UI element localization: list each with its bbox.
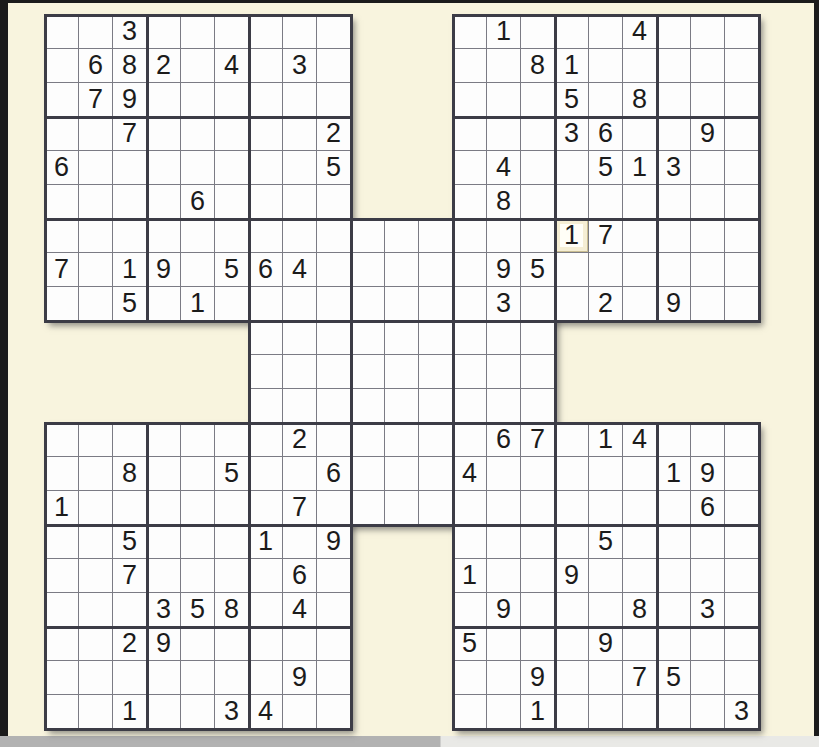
cell-r7-c8[interactable] [283,219,317,253]
cell-r18-c16[interactable] [555,593,589,627]
cell-r15-c20[interactable]: 6 [691,491,725,525]
cell-r1-c17[interactable] [589,15,623,49]
cell-r20-c18[interactable]: 7 [623,661,657,695]
cell-r13-c2[interactable] [79,423,113,457]
cell-r3-c1[interactable] [45,83,79,117]
cell-r21-c19[interactable] [657,695,691,729]
cell-r14-c15[interactable] [521,457,555,491]
cell-r9-c15[interactable] [521,287,555,321]
cell-r19-c2[interactable] [79,627,113,661]
cell-r14-c14[interactable] [487,457,521,491]
cell-r18-c9[interactable] [317,593,351,627]
cell-r13-c15[interactable]: 7 [521,423,555,457]
cell-r1-c20[interactable] [691,15,725,49]
cell-r9-c12[interactable] [419,287,453,321]
cell-r6-c4[interactable] [147,185,181,219]
cell-r8-c5[interactable] [181,253,215,287]
cell-r8-c4[interactable]: 9 [147,253,181,287]
cell-r4-c13[interactable] [453,117,487,151]
cell-r3-c16[interactable]: 5 [555,83,589,117]
cell-r12-c7[interactable] [249,389,283,423]
cell-r9-c14[interactable]: 3 [487,287,521,321]
cell-r16-c13[interactable] [453,525,487,559]
cell-r7-c12[interactable] [419,219,453,253]
cell-r9-c13[interactable] [453,287,487,321]
cell-r2-c21[interactable] [725,49,759,83]
cell-r4-c15[interactable] [521,117,555,151]
cell-r14-c20[interactable]: 9 [691,457,725,491]
cell-r13-c6[interactable] [215,423,249,457]
cell-r1-c2[interactable] [79,15,113,49]
cell-r3-c18[interactable]: 8 [623,83,657,117]
cell-r9-c11[interactable] [385,287,419,321]
cell-r8-c20[interactable] [691,253,725,287]
cell-r1-c18[interactable]: 4 [623,15,657,49]
cell-r13-c21[interactable] [725,423,759,457]
cell-r6-c21[interactable] [725,185,759,219]
cell-r7-c5[interactable] [181,219,215,253]
cell-r4-c16[interactable]: 3 [555,117,589,151]
cell-r2-c15[interactable]: 8 [521,49,555,83]
cell-r15-c15[interactable] [521,491,555,525]
cell-r18-c4[interactable]: 3 [147,593,181,627]
cell-r17-c13[interactable]: 1 [453,559,487,593]
cell-r13-c11[interactable] [385,423,419,457]
cell-r6-c1[interactable] [45,185,79,219]
cell-r16-c1[interactable] [45,525,79,559]
cell-r3-c2[interactable]: 7 [79,83,113,117]
cell-r13-c10[interactable] [351,423,385,457]
cell-r18-c1[interactable] [45,593,79,627]
cell-r7-c3[interactable] [113,219,147,253]
cell-r20-c5[interactable] [181,661,215,695]
cell-r14-c3[interactable]: 8 [113,457,147,491]
cell-r8-c2[interactable] [79,253,113,287]
cell-r18-c3[interactable] [113,593,147,627]
cell-r13-c19[interactable] [657,423,691,457]
cell-r9-c16[interactable] [555,287,589,321]
cell-r19-c20[interactable] [691,627,725,661]
cell-r17-c21[interactable] [725,559,759,593]
cell-r2-c6[interactable]: 4 [215,49,249,83]
cell-r12-c15[interactable] [521,389,555,423]
cell-r5-c9[interactable]: 5 [317,151,351,185]
cell-r21-c6[interactable]: 3 [215,695,249,729]
cell-r4-c18[interactable] [623,117,657,151]
cell-r17-c7[interactable] [249,559,283,593]
cell-r11-c15[interactable] [521,355,555,389]
cell-r17-c17[interactable] [589,559,623,593]
cell-r16-c6[interactable] [215,525,249,559]
cell-r21-c5[interactable] [181,695,215,729]
cell-r4-c20[interactable]: 9 [691,117,725,151]
cell-r21-c18[interactable] [623,695,657,729]
cell-r4-c17[interactable]: 6 [589,117,623,151]
cell-r21-c8[interactable] [283,695,317,729]
cell-r15-c7[interactable] [249,491,283,525]
cell-r15-c10[interactable] [351,491,385,525]
cell-r13-c14[interactable]: 6 [487,423,521,457]
cell-r17-c6[interactable] [215,559,249,593]
cell-r6-c7[interactable] [249,185,283,219]
cell-r9-c6[interactable] [215,287,249,321]
cell-r14-c12[interactable] [419,457,453,491]
cell-r3-c7[interactable] [249,83,283,117]
cell-r5-c4[interactable] [147,151,181,185]
cell-r8-c3[interactable]: 1 [113,253,147,287]
cell-r17-c14[interactable] [487,559,521,593]
cell-r19-c6[interactable] [215,627,249,661]
cell-r19-c7[interactable] [249,627,283,661]
cell-r20-c2[interactable] [79,661,113,695]
cell-r15-c8[interactable]: 7 [283,491,317,525]
cell-r17-c18[interactable] [623,559,657,593]
cell-r6-c14[interactable]: 8 [487,185,521,219]
cell-r9-c8[interactable] [283,287,317,321]
cell-r3-c14[interactable] [487,83,521,117]
cell-r3-c17[interactable] [589,83,623,117]
cell-r20-c4[interactable] [147,661,181,695]
cell-r1-c15[interactable] [521,15,555,49]
cell-r1-c9[interactable] [317,15,351,49]
cell-r21-c13[interactable] [453,695,487,729]
cell-r21-c14[interactable] [487,695,521,729]
cell-r7-c20[interactable] [691,219,725,253]
cell-r6-c2[interactable] [79,185,113,219]
cell-r18-c5[interactable]: 5 [181,593,215,627]
cell-r20-c14[interactable] [487,661,521,695]
cell-r8-c18[interactable] [623,253,657,287]
cell-r1-c7[interactable] [249,15,283,49]
cell-r15-c18[interactable] [623,491,657,525]
cell-r8-c8[interactable]: 4 [283,253,317,287]
cell-r7-c9[interactable] [317,219,351,253]
cell-r11-c11[interactable] [385,355,419,389]
cell-r13-c9[interactable] [317,423,351,457]
cell-r15-c13[interactable] [453,491,487,525]
cell-r9-c21[interactable] [725,287,759,321]
cell-r2-c3[interactable]: 8 [113,49,147,83]
cell-r9-c7[interactable] [249,287,283,321]
cell-r5-c5[interactable] [181,151,215,185]
cell-r8-c9[interactable] [317,253,351,287]
cell-r21-c16[interactable] [555,695,589,729]
cell-r1-c6[interactable] [215,15,249,49]
cell-r19-c17[interactable]: 9 [589,627,623,661]
cell-r1-c19[interactable] [657,15,691,49]
cell-r20-c8[interactable]: 9 [283,661,317,695]
cell-r14-c13[interactable]: 4 [453,457,487,491]
cell-r11-c10[interactable] [351,355,385,389]
cell-r20-c16[interactable] [555,661,589,695]
cell-r1-c8[interactable] [283,15,317,49]
cell-r20-c3[interactable] [113,661,147,695]
cell-r13-c4[interactable] [147,423,181,457]
cell-r9-c18[interactable] [623,287,657,321]
cell-r11-c8[interactable] [283,355,317,389]
cell-r13-c20[interactable] [691,423,725,457]
cell-r1-c16[interactable] [555,15,589,49]
cell-r13-c8[interactable]: 2 [283,423,317,457]
cell-r9-c3[interactable]: 5 [113,287,147,321]
cell-r19-c19[interactable] [657,627,691,661]
cell-r4-c5[interactable] [181,117,215,151]
cell-r8-c15[interactable]: 5 [521,253,555,287]
cell-r8-c17[interactable] [589,253,623,287]
cell-r15-c5[interactable] [181,491,215,525]
cell-r18-c6[interactable]: 8 [215,593,249,627]
cell-r8-c6[interactable]: 5 [215,253,249,287]
cell-r19-c18[interactable] [623,627,657,661]
cell-r18-c19[interactable] [657,593,691,627]
cell-r17-c1[interactable] [45,559,79,593]
cell-r15-c3[interactable] [113,491,147,525]
cell-r13-c16[interactable] [555,423,589,457]
cell-r12-c8[interactable] [283,389,317,423]
cell-r4-c3[interactable]: 7 [113,117,147,151]
cell-r21-c21[interactable]: 3 [725,695,759,729]
cell-r10-c7[interactable] [249,321,283,355]
cell-r6-c17[interactable] [589,185,623,219]
cell-r5-c2[interactable] [79,151,113,185]
cell-r2-c20[interactable] [691,49,725,83]
cell-r11-c14[interactable] [487,355,521,389]
cell-r18-c8[interactable]: 4 [283,593,317,627]
cell-r19-c13[interactable]: 5 [453,627,487,661]
cell-r7-c7[interactable] [249,219,283,253]
cell-r8-c11[interactable] [385,253,419,287]
cell-r6-c6[interactable] [215,185,249,219]
cell-r12-c11[interactable] [385,389,419,423]
cell-r2-c2[interactable]: 6 [79,49,113,83]
cell-r19-c4[interactable]: 9 [147,627,181,661]
cell-r7-c11[interactable] [385,219,419,253]
cell-r21-c4[interactable] [147,695,181,729]
cell-r13-c5[interactable] [181,423,215,457]
cell-r13-c7[interactable] [249,423,283,457]
cell-r20-c21[interactable] [725,661,759,695]
cell-r18-c13[interactable] [453,593,487,627]
cell-r5-c16[interactable] [555,151,589,185]
cell-r19-c3[interactable]: 2 [113,627,147,661]
cell-r10-c10[interactable] [351,321,385,355]
cell-r12-c14[interactable] [487,389,521,423]
cell-r9-c17[interactable]: 2 [589,287,623,321]
cell-r9-c1[interactable] [45,287,79,321]
cell-r16-c16[interactable] [555,525,589,559]
cell-r16-c14[interactable] [487,525,521,559]
cell-r18-c2[interactable] [79,593,113,627]
cell-r14-c1[interactable] [45,457,79,491]
cell-r9-c5[interactable]: 1 [181,287,215,321]
cell-r1-c14[interactable]: 1 [487,15,521,49]
cell-r15-c21[interactable] [725,491,759,525]
cell-r6-c8[interactable] [283,185,317,219]
cell-r6-c16[interactable] [555,185,589,219]
cell-r15-c2[interactable] [79,491,113,525]
cell-r15-c12[interactable] [419,491,453,525]
cell-r12-c10[interactable] [351,389,385,423]
cell-r2-c16[interactable]: 1 [555,49,589,83]
cell-r20-c19[interactable]: 5 [657,661,691,695]
cell-r16-c19[interactable] [657,525,691,559]
cell-r21-c17[interactable] [589,695,623,729]
cell-r8-c7[interactable]: 6 [249,253,283,287]
cell-r13-c13[interactable] [453,423,487,457]
cell-r16-c17[interactable]: 5 [589,525,623,559]
cell-r2-c5[interactable] [181,49,215,83]
cell-r10-c15[interactable] [521,321,555,355]
cell-r9-c4[interactable] [147,287,181,321]
cell-r14-c16[interactable] [555,457,589,491]
cell-r17-c19[interactable] [657,559,691,593]
cell-r16-c20[interactable] [691,525,725,559]
cell-r21-c7[interactable]: 4 [249,695,283,729]
cell-r7-c6[interactable] [215,219,249,253]
cell-r7-c13[interactable] [453,219,487,253]
cell-r8-c10[interactable] [351,253,385,287]
cell-r20-c13[interactable] [453,661,487,695]
cell-r19-c8[interactable] [283,627,317,661]
cell-r8-c1[interactable]: 7 [45,253,79,287]
cell-r9-c19[interactable]: 9 [657,287,691,321]
cell-r7-c17[interactable]: 7 [589,219,623,253]
cell-r6-c18[interactable] [623,185,657,219]
cell-r5-c7[interactable] [249,151,283,185]
cell-r10-c13[interactable] [453,321,487,355]
cell-r18-c18[interactable]: 8 [623,593,657,627]
cell-r7-c4[interactable] [147,219,181,253]
cell-r17-c16[interactable]: 9 [555,559,589,593]
cell-r18-c7[interactable] [249,593,283,627]
cell-r8-c13[interactable] [453,253,487,287]
cell-r14-c4[interactable] [147,457,181,491]
cell-r2-c19[interactable] [657,49,691,83]
cell-r3-c8[interactable] [283,83,317,117]
cell-r14-c18[interactable] [623,457,657,491]
cell-r7-c1[interactable] [45,219,79,253]
cell-r4-c6[interactable] [215,117,249,151]
cell-r2-c17[interactable] [589,49,623,83]
cell-r15-c14[interactable] [487,491,521,525]
cell-r15-c9[interactable] [317,491,351,525]
cell-r10-c12[interactable] [419,321,453,355]
cell-r5-c19[interactable]: 3 [657,151,691,185]
cell-r21-c15[interactable]: 1 [521,695,555,729]
cell-r20-c6[interactable] [215,661,249,695]
cell-r7-c15[interactable] [521,219,555,253]
cell-r11-c13[interactable] [453,355,487,389]
cell-r8-c19[interactable] [657,253,691,287]
cell-r20-c20[interactable] [691,661,725,695]
cell-r19-c21[interactable] [725,627,759,661]
cell-r5-c21[interactable] [725,151,759,185]
cell-r1-c1[interactable] [45,15,79,49]
cell-r12-c13[interactable] [453,389,487,423]
cell-r10-c11[interactable] [385,321,419,355]
cell-r2-c8[interactable]: 3 [283,49,317,83]
cell-r17-c8[interactable]: 6 [283,559,317,593]
cell-r8-c12[interactable] [419,253,453,287]
cell-r3-c20[interactable] [691,83,725,117]
cell-r18-c15[interactable] [521,593,555,627]
cell-r6-c13[interactable] [453,185,487,219]
cell-r4-c9[interactable]: 2 [317,117,351,151]
cell-r14-c9[interactable]: 6 [317,457,351,491]
cell-r19-c9[interactable] [317,627,351,661]
cell-r2-c18[interactable] [623,49,657,83]
cell-r13-c17[interactable]: 1 [589,423,623,457]
cell-r9-c9[interactable] [317,287,351,321]
cell-r3-c19[interactable] [657,83,691,117]
cell-r16-c7[interactable]: 1 [249,525,283,559]
cell-r4-c2[interactable] [79,117,113,151]
selected-cell-r7-c16[interactable]: 1 [555,219,589,253]
cell-r9-c2[interactable] [79,287,113,321]
cell-r16-c18[interactable] [623,525,657,559]
cell-r3-c6[interactable] [215,83,249,117]
cell-r16-c15[interactable] [521,525,555,559]
cell-r21-c1[interactable] [45,695,79,729]
cell-r16-c5[interactable] [181,525,215,559]
cell-r13-c1[interactable] [45,423,79,457]
cell-r11-c12[interactable] [419,355,453,389]
cell-r19-c1[interactable] [45,627,79,661]
cell-r13-c3[interactable] [113,423,147,457]
cell-r10-c9[interactable] [317,321,351,355]
cell-r7-c18[interactable] [623,219,657,253]
cell-r18-c17[interactable] [589,593,623,627]
cell-r14-c10[interactable] [351,457,385,491]
cell-r21-c2[interactable] [79,695,113,729]
cell-r7-c19[interactable] [657,219,691,253]
cell-r5-c13[interactable] [453,151,487,185]
cell-r1-c5[interactable] [181,15,215,49]
cell-r3-c3[interactable]: 9 [113,83,147,117]
cell-r17-c2[interactable] [79,559,113,593]
cell-r7-c21[interactable] [725,219,759,253]
cell-r5-c20[interactable] [691,151,725,185]
cell-r19-c14[interactable] [487,627,521,661]
cell-r10-c8[interactable] [283,321,317,355]
cell-r19-c5[interactable] [181,627,215,661]
cell-r14-c17[interactable] [589,457,623,491]
cell-r1-c21[interactable] [725,15,759,49]
cell-r8-c16[interactable] [555,253,589,287]
cell-r2-c7[interactable] [249,49,283,83]
cell-r15-c1[interactable]: 1 [45,491,79,525]
cell-r16-c3[interactable]: 5 [113,525,147,559]
cell-r1-c4[interactable] [147,15,181,49]
cell-r20-c1[interactable] [45,661,79,695]
cell-r6-c5[interactable]: 6 [181,185,215,219]
cell-r9-c20[interactable] [691,287,725,321]
cell-r4-c14[interactable] [487,117,521,151]
cell-r8-c14[interactable]: 9 [487,253,521,287]
cell-r4-c4[interactable] [147,117,181,151]
cell-r16-c21[interactable] [725,525,759,559]
cell-r2-c1[interactable] [45,49,79,83]
cell-r14-c7[interactable] [249,457,283,491]
cell-r5-c14[interactable]: 4 [487,151,521,185]
cell-r3-c5[interactable] [181,83,215,117]
cell-r19-c16[interactable] [555,627,589,661]
cell-r3-c21[interactable] [725,83,759,117]
cell-r14-c21[interactable] [725,457,759,491]
cell-r18-c21[interactable] [725,593,759,627]
cell-r7-c14[interactable] [487,219,521,253]
cell-r2-c13[interactable] [453,49,487,83]
